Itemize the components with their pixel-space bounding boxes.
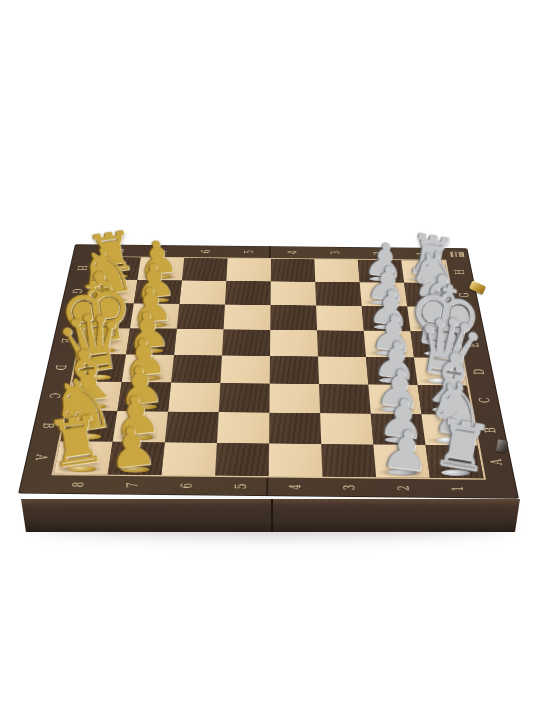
playing-field: ♜♟♟♜♞♟♟♞♝♟♟♝♚♟♟♚♛♟♟♛♝♟♟♝♞♟♟♞♜♟♟♜ (51, 256, 486, 480)
square-g6 (179, 280, 226, 304)
chess-board: ♜♟♟♜♞♟♟♞♝♟♟♝♚♟♟♚♛♟♟♛♝♟♟♝♞♟♟♞♜♟♟♜88776655… (18, 244, 519, 498)
board-shadow (34, 508, 510, 534)
square-a2: ♟ (373, 445, 429, 478)
coord-top-3: 3 (324, 242, 347, 264)
coord-top-6: 6 (195, 241, 218, 263)
square-e5 (222, 329, 270, 356)
square-g4 (271, 281, 317, 305)
square-a7: ♟ (108, 442, 165, 475)
square-d3 (318, 357, 368, 385)
square-d4 (270, 356, 319, 384)
square-e6 (174, 329, 224, 356)
square-d6 (171, 355, 222, 383)
square-b5 (217, 412, 269, 443)
square-a1: ♜ (426, 445, 484, 478)
square-f6 (177, 304, 225, 329)
square-g5 (225, 281, 271, 305)
square-a8: ♜ (54, 441, 113, 474)
square-c6 (168, 383, 220, 413)
perspective-wrapper: ♜♟♟♜♞♟♟♞♝♟♟♝♚♟♟♚♛♟♟♛♝♟♟♝♞♟♟♞♜♟♟♜88776655… (0, 0, 540, 720)
square-c5 (219, 383, 270, 413)
coord-top-5: 5 (238, 241, 260, 263)
gold-pawn: ♟ (106, 420, 159, 476)
product-photo: ♜♟♟♜♞♟♟♞♝♟♟♝♚♟♟♚♛♟♟♛♝♟♟♝♞♟♟♞♜♟♟♜88776655… (0, 0, 540, 720)
square-c4 (269, 384, 320, 414)
square-f5 (224, 305, 271, 330)
coord-top-4: 4 (282, 242, 304, 264)
silver-rook: ♜ (428, 411, 496, 481)
square-f4 (270, 305, 317, 330)
square-b6 (165, 412, 219, 443)
square-d5 (220, 355, 270, 383)
coord-bottom-6: 6 (172, 469, 202, 503)
board-face: ♜♟♟♜♞♟♟♞♝♟♟♝♚♟♟♚♛♟♟♛♝♟♟♝♞♟♟♞♜♟♟♜88776655… (18, 244, 519, 498)
coord-bottom-5: 5 (227, 469, 255, 504)
square-f3 (316, 306, 364, 331)
silver-pawn: ♟ (379, 423, 433, 479)
square-c3 (319, 384, 371, 414)
coord-bottom-8: 8 (62, 468, 95, 502)
square-e4 (270, 330, 318, 357)
square-b3 (320, 413, 373, 444)
square-e3 (317, 330, 366, 357)
square-b4 (269, 413, 321, 444)
gold-rook: ♜ (43, 408, 110, 477)
metal-hinge-icon (496, 439, 508, 453)
square-g3 (315, 282, 361, 306)
